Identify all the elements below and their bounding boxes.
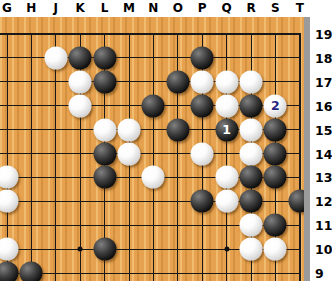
stone-G12-white <box>0 190 19 213</box>
stone-L18-black <box>93 46 116 69</box>
grid-line-col-N <box>153 33 154 281</box>
grid-line-col-H <box>31 33 32 281</box>
stone-N13-white <box>142 166 165 189</box>
stone-L13-black <box>93 166 116 189</box>
stone-R11-white <box>240 214 263 237</box>
stone-P16-black <box>191 94 214 117</box>
stone-P12-black <box>191 190 214 213</box>
row-label-12: 12 <box>315 194 332 209</box>
stone-L10-black <box>93 238 116 261</box>
grid-line-row-19 <box>0 33 301 35</box>
column-label-L: L <box>101 1 109 15</box>
stone-K16-white <box>69 94 92 117</box>
column-label-S: S <box>271 1 280 15</box>
column-label-Q: Q <box>221 1 231 15</box>
stone-P18-black <box>191 46 214 69</box>
stone-R14-white <box>240 142 263 165</box>
move-number-1: 1 <box>222 123 231 136</box>
row-label-13: 13 <box>315 170 332 185</box>
row-label-19: 19 <box>315 27 332 42</box>
stone-H9-black <box>20 262 43 281</box>
column-label-M: M <box>123 1 135 15</box>
column-labels: GHJKLMNOPQRST <box>0 0 332 17</box>
stone-G13-white <box>0 166 19 189</box>
row-label-18: 18 <box>315 50 332 65</box>
stone-Q17-white <box>215 70 238 93</box>
stone-T12-black <box>288 190 304 213</box>
stone-S13-black <box>264 166 287 189</box>
stone-K17-white <box>69 70 92 93</box>
stone-S16-white: 2 <box>264 94 287 117</box>
stone-P17-white <box>191 70 214 93</box>
column-label-G: G <box>2 1 12 15</box>
column-label-T: T <box>296 1 304 15</box>
stone-P14-white <box>191 142 214 165</box>
stone-R12-black <box>240 190 263 213</box>
stone-M15-white <box>118 118 141 141</box>
stone-G9-black <box>0 262 19 281</box>
grid-line-row-9 <box>0 273 301 274</box>
grid-line-col-T <box>299 33 301 281</box>
stone-G10-white <box>0 238 19 261</box>
stone-N16-black <box>142 94 165 117</box>
column-label-O: O <box>173 1 183 15</box>
row-label-14: 14 <box>315 146 332 161</box>
stone-Q13-white <box>215 166 238 189</box>
stone-S15-black <box>264 118 287 141</box>
column-label-K: K <box>76 1 85 15</box>
stone-S11-black <box>264 214 287 237</box>
grid-line-col-J <box>55 33 56 281</box>
column-label-H: H <box>26 1 36 15</box>
stone-O15-black <box>166 118 189 141</box>
go-board[interactable]: 21 <box>0 17 304 281</box>
row-label-11: 11 <box>315 218 332 233</box>
stone-M14-white <box>118 142 141 165</box>
column-label-R: R <box>246 1 255 15</box>
stone-S10-white <box>264 238 287 261</box>
row-label-9: 9 <box>315 266 324 281</box>
stone-Q15-black: 1 <box>215 118 238 141</box>
stone-S14-black <box>264 142 287 165</box>
stone-O17-black <box>166 70 189 93</box>
go-board-screen: GHJKLMNOPQRST 21 191817161514131211109 <box>0 0 332 281</box>
column-label-P: P <box>198 1 207 15</box>
column-label-J: J <box>54 1 58 15</box>
stone-L15-white <box>93 118 116 141</box>
row-label-16: 16 <box>315 98 332 113</box>
stone-L14-black <box>93 142 116 165</box>
stone-R13-black <box>240 166 263 189</box>
star-point-Q10 <box>224 247 229 252</box>
stone-R16-black <box>240 94 263 117</box>
row-label-15: 15 <box>315 122 332 137</box>
stone-Q12-white <box>215 190 238 213</box>
row-label-10: 10 <box>315 242 332 257</box>
row-label-17: 17 <box>315 74 332 89</box>
row-labels: 191817161514131211109 <box>310 0 332 281</box>
stone-R17-white <box>240 70 263 93</box>
stone-Q16-white <box>215 94 238 117</box>
stone-R15-white <box>240 118 263 141</box>
stone-R10-white <box>240 238 263 261</box>
column-label-N: N <box>148 1 158 15</box>
star-point-K10 <box>78 247 83 252</box>
move-number-2: 2 <box>271 99 280 112</box>
stone-K18-black <box>69 46 92 69</box>
stone-L17-black <box>93 70 116 93</box>
stone-J18-white <box>44 46 67 69</box>
